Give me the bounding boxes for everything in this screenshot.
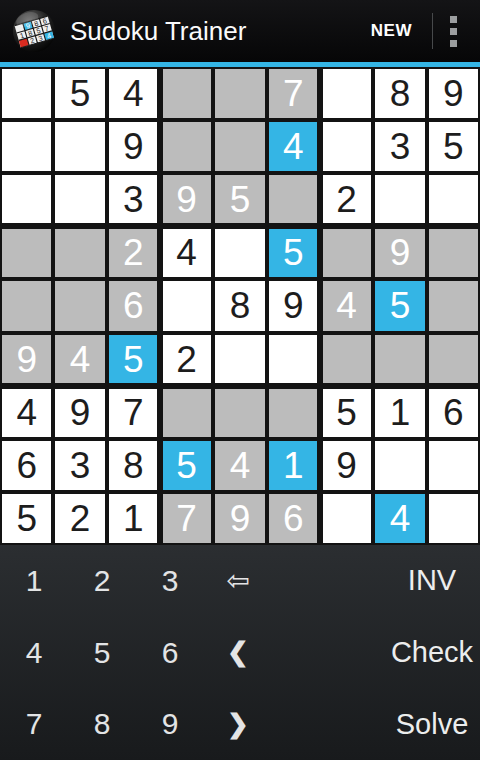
cell-r4c6[interactable]: 5: [269, 228, 318, 277]
cell-r2c2[interactable]: [55, 122, 104, 171]
cell-r4c9[interactable]: [429, 228, 478, 277]
key-5[interactable]: 5: [68, 636, 136, 670]
cell-r4c4[interactable]: 4: [162, 228, 211, 277]
cell-r1c3[interactable]: 4: [109, 69, 158, 118]
cell-r6c9[interactable]: [429, 335, 478, 384]
overflow-menu-button[interactable]: [433, 2, 474, 61]
overflow-menu-icon: [450, 16, 457, 23]
cell-r7c4[interactable]: [162, 388, 211, 437]
cell-r8c2[interactable]: 3: [55, 441, 104, 490]
cell-r2c3[interactable]: 9: [109, 122, 158, 171]
cell-r4c5[interactable]: [215, 228, 264, 277]
cell-r9c6[interactable]: 6: [269, 494, 318, 543]
cell-r8c7[interactable]: 9: [322, 441, 371, 490]
key-1[interactable]: 1: [0, 564, 68, 598]
cell-r8c1[interactable]: 6: [2, 441, 51, 490]
cell-r9c8[interactable]: 4: [375, 494, 424, 543]
cell-r9c7[interactable]: [322, 494, 371, 543]
cell-r3c1[interactable]: [2, 175, 51, 224]
key-7[interactable]: 7: [0, 707, 68, 741]
cell-r1c8[interactable]: 8: [375, 69, 424, 118]
cell-r4c7[interactable]: [322, 228, 371, 277]
cell-r7c7[interactable]: 5: [322, 388, 371, 437]
cell-r4c2[interactable]: [55, 228, 104, 277]
next-key[interactable]: ❯: [204, 709, 272, 740]
cell-r7c3[interactable]: 7: [109, 388, 158, 437]
cell-r8c6[interactable]: 1: [269, 441, 318, 490]
cell-r7c8[interactable]: 1: [375, 388, 424, 437]
cell-r6c6[interactable]: [269, 335, 318, 384]
cell-r1c1[interactable]: [2, 69, 51, 118]
cell-r9c2[interactable]: 2: [55, 494, 104, 543]
app-icon[interactable]: 9 8 6 1 8 5 7 2 3 4: [10, 7, 58, 55]
cell-r2c4[interactable]: [162, 122, 211, 171]
sudoku-board: 5478994353952245968945945249751663854195…: [0, 67, 480, 545]
cell-r7c1[interactable]: 4: [2, 388, 51, 437]
key-8[interactable]: 8: [68, 707, 136, 741]
cell-r3c9[interactable]: [429, 175, 478, 224]
app-title: Sudoku Trainer: [70, 16, 246, 47]
backspace-key[interactable]: ⇦: [204, 564, 272, 597]
cell-r1c7[interactable]: [322, 69, 371, 118]
cell-r7c6[interactable]: [269, 388, 318, 437]
cell-r3c7[interactable]: 2: [322, 175, 371, 224]
box-line-vertical-1: [157, 67, 163, 545]
cell-r9c5[interactable]: 9: [215, 494, 264, 543]
cell-r1c6[interactable]: 7: [269, 69, 318, 118]
keypad-row-1: 1 2 3 ⇦ INV: [0, 545, 480, 617]
cell-r3c2[interactable]: [55, 175, 104, 224]
cell-r8c9[interactable]: [429, 441, 478, 490]
box-line-horizontal-1: [0, 223, 480, 229]
key-3[interactable]: 3: [136, 564, 204, 598]
key-9[interactable]: 9: [136, 707, 204, 741]
cell-r6c3[interactable]: 5: [109, 335, 158, 384]
cell-r1c4[interactable]: [162, 69, 211, 118]
cell-r9c1[interactable]: 5: [2, 494, 51, 543]
overflow-menu-icon: [450, 28, 457, 35]
cell-r3c5[interactable]: 5: [215, 175, 264, 224]
key-2[interactable]: 2: [68, 564, 136, 598]
box-line-horizontal-2: [0, 383, 480, 389]
cell-r6c1[interactable]: 9: [2, 335, 51, 384]
cell-r8c3[interactable]: 8: [109, 441, 158, 490]
cell-r2c1[interactable]: [2, 122, 51, 171]
cell-r7c5[interactable]: [215, 388, 264, 437]
cell-r9c9[interactable]: [429, 494, 478, 543]
cell-r3c4[interactable]: 9: [162, 175, 211, 224]
sudoku-globe-icon: 9 8 6 1 8 5 7 2 3 4: [11, 8, 57, 54]
cell-r3c8[interactable]: [375, 175, 424, 224]
cell-r9c3[interactable]: 1: [109, 494, 158, 543]
action-bar: 9 8 6 1 8 5 7 2 3 4 Sudoku Trainer NEW: [0, 0, 480, 62]
key-6[interactable]: 6: [136, 636, 204, 670]
cell-r8c5[interactable]: 4: [215, 441, 264, 490]
keypad: 1 2 3 ⇦ INV 4 5 6 ❮ Check 7 8 9 ❯ Solve: [0, 545, 480, 760]
cell-r7c9[interactable]: 6: [429, 388, 478, 437]
cell-r5c6[interactable]: 9: [269, 281, 318, 330]
cell-r2c7[interactable]: [322, 122, 371, 171]
cell-r2c9[interactable]: 5: [429, 122, 478, 171]
cell-r3c6[interactable]: [269, 175, 318, 224]
box-line-vertical-2: [317, 67, 323, 545]
cell-r6c2[interactable]: 4: [55, 335, 104, 384]
cell-r5c7[interactable]: 4: [322, 281, 371, 330]
cell-r1c5[interactable]: [215, 69, 264, 118]
key-4[interactable]: 4: [0, 636, 68, 670]
cell-r5c1[interactable]: [2, 281, 51, 330]
cell-r5c2[interactable]: [55, 281, 104, 330]
cell-r2c5[interactable]: [215, 122, 264, 171]
cell-r5c5[interactable]: 8: [215, 281, 264, 330]
keypad-row-2: 4 5 6 ❮ Check: [0, 617, 480, 689]
cell-r5c9[interactable]: [429, 281, 478, 330]
cell-r5c4[interactable]: [162, 281, 211, 330]
cell-r4c1[interactable]: [2, 228, 51, 277]
cell-r6c5[interactable]: [215, 335, 264, 384]
cell-r7c2[interactable]: 9: [55, 388, 104, 437]
cell-r5c3[interactable]: 6: [109, 281, 158, 330]
cell-r9c4[interactable]: 7: [162, 494, 211, 543]
cell-r1c2[interactable]: 5: [55, 69, 104, 118]
cell-r8c4[interactable]: 5: [162, 441, 211, 490]
inv-button[interactable]: INV: [384, 564, 480, 597]
new-button[interactable]: NEW: [351, 3, 432, 59]
cell-r2c8[interactable]: 3: [375, 122, 424, 171]
cell-r4c3[interactable]: 2: [109, 228, 158, 277]
cell-r6c4[interactable]: 2: [162, 335, 211, 384]
cell-r6c8[interactable]: [375, 335, 424, 384]
keypad-row-3: 7 8 9 ❯ Solve: [0, 688, 480, 760]
solve-button[interactable]: Solve: [384, 708, 480, 741]
check-button[interactable]: Check: [384, 636, 480, 669]
cell-r1c9[interactable]: 9: [429, 69, 478, 118]
prev-key[interactable]: ❮: [204, 637, 272, 668]
cell-r8c8[interactable]: [375, 441, 424, 490]
cell-r6c7[interactable]: [322, 335, 371, 384]
cell-r3c3[interactable]: 3: [109, 175, 158, 224]
cell-r2c6[interactable]: 4: [269, 122, 318, 171]
cell-r5c8[interactable]: 5: [375, 281, 424, 330]
cell-r4c8[interactable]: 9: [375, 228, 424, 277]
overflow-menu-icon: [450, 40, 457, 47]
